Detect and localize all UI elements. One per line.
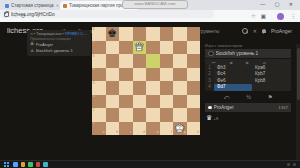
coord-rank-1: 1 xyxy=(93,122,95,125)
coord-rank-4: 4 xyxy=(93,82,95,85)
square-g3[interactable] xyxy=(173,95,187,109)
tray-icon[interactable] xyxy=(287,163,290,166)
bandicam-watermark: www.BANDICAM.com xyxy=(122,0,188,9)
square-d2[interactable] xyxy=(133,108,147,122)
square-a5[interactable]: 5 xyxy=(92,68,106,82)
square-a2[interactable]: 2 xyxy=(92,108,106,122)
square-a8[interactable]: 8 xyxy=(92,27,106,41)
address-bar[interactable]: lichess.org/9jHCriDo xyxy=(0,10,214,18)
panel-top-label: Игра с компьютером xyxy=(205,43,242,48)
square-b6[interactable] xyxy=(106,54,120,68)
player-plate[interactable]: ProAnger 1337 xyxy=(205,103,291,112)
coord-file-h: h xyxy=(197,131,199,134)
square-c4[interactable] xyxy=(119,81,133,95)
browser-menu-icon[interactable]: ⋮ xyxy=(291,13,297,19)
move-4-b[interactable] xyxy=(252,84,291,90)
search-icon[interactable] xyxy=(242,28,248,34)
coord-rank-3: 3 xyxy=(93,95,95,98)
square-a1[interactable]: a1 xyxy=(92,122,106,136)
square-a3[interactable]: 3 xyxy=(92,95,106,109)
windows-taskbar xyxy=(0,160,300,168)
square-h2[interactable] xyxy=(187,108,201,122)
move-4-w[interactable]: Фd7 xyxy=(214,84,252,90)
meta-black-player[interactable]: ♟ Stockfish уровень 1 xyxy=(30,48,89,53)
square-b4[interactable] xyxy=(106,81,120,95)
square-e4[interactable] xyxy=(146,81,160,95)
square-e8[interactable] xyxy=(146,27,160,41)
black-piece-icon: ♟ xyxy=(30,49,34,53)
square-d6[interactable] xyxy=(133,54,147,68)
tab2-favicon-icon xyxy=(63,4,67,8)
square-e7[interactable] xyxy=(146,41,160,55)
coord-file-d: d xyxy=(143,131,145,134)
game-meta-variant: Произвольная позиция xyxy=(30,37,89,41)
window-controls[interactable]: — ▢ ✕ xyxy=(260,1,297,7)
square-d5[interactable] xyxy=(133,68,147,82)
white-king-g1[interactable]: ♚ xyxy=(173,122,187,136)
coord-file-c: c xyxy=(130,131,132,134)
forward-button[interactable]: → xyxy=(12,12,18,20)
square-g1[interactable]: ♚g xyxy=(173,122,187,136)
extensions-icon[interactable]: ▣ xyxy=(261,13,266,19)
system-tray xyxy=(287,163,296,166)
lichess-page: lichess.org ИграЗадачиОбучениеТрансляции… xyxy=(0,22,300,160)
square-b8[interactable]: ♚ xyxy=(106,27,120,41)
square-g6[interactable] xyxy=(173,54,187,68)
meta-white-player[interactable]: ♙ ProAnger xyxy=(30,42,89,47)
white-piece-icon: ♙ xyxy=(30,42,34,46)
square-e1[interactable]: e xyxy=(146,122,160,136)
game-meta-box: ∞ • Товарищеская • ПРЯМО СЕЙЧАС Произвол… xyxy=(27,30,91,56)
square-h6[interactable] xyxy=(187,54,201,68)
opponent-name: Stockfish уровень 1 xyxy=(216,51,259,56)
square-d1[interactable]: d xyxy=(133,122,147,136)
coord-rank-7: 7 xyxy=(93,41,95,44)
reload-button[interactable]: ⟳ xyxy=(21,12,26,20)
tab1-title: Стартовая страница xyxy=(11,3,54,8)
square-c7[interactable] xyxy=(119,41,133,55)
square-e2[interactable] xyxy=(146,108,160,122)
square-g7[interactable] xyxy=(173,41,187,55)
material-advantage: ♛ +9 xyxy=(206,114,218,122)
scrollbar-thumb[interactable] xyxy=(297,48,300,100)
square-b3[interactable] xyxy=(106,95,120,109)
game-meta-line1: ∞ • Товарищеская • ПРЯМО СЕЙЧАС xyxy=(30,32,89,36)
square-f3[interactable] xyxy=(160,95,174,109)
square-h8[interactable] xyxy=(187,27,201,41)
move-nav-3-icon[interactable]: ⏭ xyxy=(263,60,267,65)
square-g5[interactable] xyxy=(173,68,187,82)
square-b2[interactable] xyxy=(106,108,120,122)
material-value: +9 xyxy=(213,116,218,121)
move-nav-1-icon[interactable]: ◀ xyxy=(229,60,232,65)
square-g2[interactable] xyxy=(173,108,187,122)
action-0-icon[interactable]: ⤺ xyxy=(223,94,229,101)
square-f4[interactable] xyxy=(160,81,174,95)
header-right: ✕ ProAnger xyxy=(242,28,292,34)
action-2-icon[interactable]: ⚑ xyxy=(268,94,273,100)
black-color-dot-icon xyxy=(208,51,214,57)
square-f8[interactable] xyxy=(160,27,174,41)
square-e6[interactable] xyxy=(146,54,160,68)
bookmark-star-icon[interactable]: ☆ xyxy=(251,13,256,19)
move-nav-4-icon[interactable]: ⋮ xyxy=(280,60,284,65)
move-number: 4 xyxy=(205,84,214,90)
square-a7[interactable]: 7 xyxy=(92,41,106,55)
browser-tab-1[interactable]: Стартовая страница ✕ xyxy=(2,1,62,10)
square-f2[interactable] xyxy=(160,108,174,122)
square-e5[interactable] xyxy=(146,68,160,82)
taskbar-app-1[interactable] xyxy=(21,162,26,167)
coord-rank-2: 2 xyxy=(93,109,95,112)
notifications-bell-icon[interactable] xyxy=(262,29,266,32)
square-h1[interactable]: h xyxy=(187,122,201,136)
tab2-title: Товарищеская партия проти xyxy=(69,3,128,8)
square-h3[interactable] xyxy=(187,95,201,109)
square-c2[interactable] xyxy=(119,108,133,122)
taskbar-app-0[interactable] xyxy=(13,162,18,167)
tab1-favicon-icon xyxy=(5,4,9,8)
white-color-dot-icon xyxy=(208,106,212,110)
coord-file-b: b xyxy=(116,131,118,134)
square-c3[interactable] xyxy=(119,95,133,109)
square-h7[interactable] xyxy=(187,41,201,55)
square-d3[interactable] xyxy=(133,95,147,109)
square-c5[interactable] xyxy=(119,68,133,82)
chess-board[interactable]: 8♚7♛65432a1bcdef♚gh xyxy=(92,27,200,135)
black-king-b8[interactable]: ♚ xyxy=(106,27,120,41)
playing-now-link[interactable]: ПРЯМО СЕЙЧАС xyxy=(65,32,89,36)
taskbar-app-4[interactable] xyxy=(43,162,48,167)
tab1-close-icon[interactable]: ✕ xyxy=(56,3,59,8)
move-row-4: 4Фd7 xyxy=(205,84,291,90)
move-nav-2-icon[interactable]: ▶ xyxy=(246,60,249,65)
square-d4[interactable] xyxy=(133,81,147,95)
square-f1[interactable]: f xyxy=(160,122,174,136)
square-c1[interactable]: c xyxy=(119,122,133,136)
player-rating: 1337 xyxy=(278,105,288,110)
square-b5[interactable] xyxy=(106,68,120,82)
square-g8[interactable] xyxy=(173,27,187,41)
square-h4[interactable] xyxy=(187,81,201,95)
square-c6[interactable] xyxy=(119,54,133,68)
white-queen-d7[interactable]: ♛ xyxy=(133,41,147,55)
move-nav-0-icon[interactable]: ⏮ xyxy=(212,60,216,65)
browser-profile-avatar[interactable] xyxy=(277,13,284,20)
opponent-plate[interactable]: Stockfish уровень 1 xyxy=(205,49,291,58)
square-a4[interactable]: 4 xyxy=(92,81,106,95)
game-action-buttons: ⤺½⚑ xyxy=(215,93,281,101)
square-g4[interactable] xyxy=(173,81,187,95)
captured-queen-icon: ♛ xyxy=(206,114,212,122)
square-f7[interactable] xyxy=(160,41,174,55)
square-f5[interactable] xyxy=(160,68,174,82)
taskbar-app-3[interactable] xyxy=(36,162,41,167)
square-h5[interactable] xyxy=(187,68,201,82)
coord-file-f: f xyxy=(171,131,172,134)
square-b1[interactable]: b xyxy=(106,122,120,136)
page-scrollbar[interactable] xyxy=(296,44,300,168)
tray-icon[interactable] xyxy=(293,163,296,166)
square-d7[interactable]: ♛ xyxy=(133,41,147,55)
coord-rank-8: 8 xyxy=(93,28,95,31)
square-a6[interactable]: 6 xyxy=(92,54,106,68)
lock-icon xyxy=(4,12,9,17)
square-b7[interactable] xyxy=(106,41,120,55)
coord-file-e: e xyxy=(157,131,159,134)
coord-rank-5: 5 xyxy=(93,68,95,71)
square-c8[interactable] xyxy=(119,27,133,41)
coord-rank-6: 6 xyxy=(93,55,95,58)
start-button[interactable] xyxy=(4,162,9,167)
header-username[interactable]: ProAnger xyxy=(271,28,292,34)
challenges-swords-icon[interactable]: ✕ xyxy=(253,28,257,34)
action-1-icon[interactable]: ½ xyxy=(246,94,251,100)
square-e3[interactable] xyxy=(146,95,160,109)
coord-file-a: a xyxy=(103,131,105,134)
taskbar-app-2[interactable] xyxy=(28,162,33,167)
move-list: 1Фh3Кра62Фc4Крb73Фe6Крb84Фd7 xyxy=(205,65,291,91)
taskbar-app-icons xyxy=(13,162,48,167)
square-f6[interactable] xyxy=(160,54,174,68)
player-name: ProAnger xyxy=(214,105,234,110)
square-d8[interactable] xyxy=(133,27,147,41)
